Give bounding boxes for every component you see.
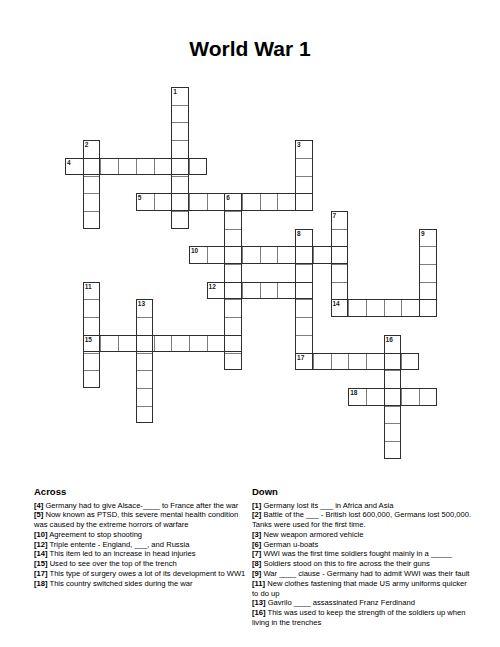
- grid-cell-c11r6[interactable]: [260, 193, 278, 211]
- grid-cell-c17r15[interactable]: [366, 353, 384, 371]
- grid-cell-c19r17[interactable]: [401, 388, 419, 406]
- grid-cell-c2r14[interactable]: [100, 335, 118, 353]
- grid-cell-c18r20[interactable]: [384, 441, 402, 459]
- clue-down-7: [7] WWI was the first time soldiers foug…: [252, 549, 472, 559]
- clue-down-13: [13] Gavrilo ____ assassinated Franz Fer…: [252, 598, 472, 608]
- grid-cell-c15r9[interactable]: [331, 246, 349, 264]
- grid-cell-c16r15[interactable]: [348, 353, 366, 371]
- grid-cell-c16r12[interactable]: [348, 299, 366, 317]
- grid-cell-c7r9[interactable]: [189, 246, 207, 264]
- grid-cell-c20r10[interactable]: [419, 264, 437, 282]
- grid-cell-c13r12[interactable]: [295, 299, 313, 317]
- clue-down-11: [11] New clothes fastening that made US …: [252, 579, 472, 599]
- clue-down-9: [9] War ____ clause - Germany had to adm…: [252, 569, 472, 579]
- grid-cell-c6r7[interactable]: [171, 211, 189, 229]
- grid-cell-c3r4[interactable]: [118, 158, 136, 176]
- grid-cell-c17r17[interactable]: [366, 388, 384, 406]
- down-clue-list: [1] Germany lost its ___ in Africa and A…: [252, 501, 472, 628]
- grid-cell-c9r6[interactable]: [224, 193, 242, 211]
- grid-cell-c4r12[interactable]: [136, 299, 154, 317]
- grid-cell-c4r13[interactable]: [136, 317, 154, 335]
- grid-cell-c13r5[interactable]: [295, 176, 313, 194]
- grid-cell-c18r15[interactable]: [384, 353, 402, 371]
- grid-cell-c20r11[interactable]: [419, 282, 437, 300]
- grid-cell-c4r17[interactable]: [136, 388, 154, 406]
- grid-cell-c18r19[interactable]: [384, 423, 402, 441]
- grid-cell-c18r14[interactable]: [384, 335, 402, 353]
- grid-cell-c8r9[interactable]: [207, 246, 225, 264]
- grid-cell-c6r4[interactable]: [171, 158, 189, 176]
- grid-cell-c1r7[interactable]: [83, 211, 101, 229]
- grid-cell-c13r3[interactable]: [295, 140, 313, 158]
- clue-down-16: [16] This was used to keep the strength …: [252, 608, 472, 628]
- grid-cell-c4r4[interactable]: [136, 158, 154, 176]
- across-clue-list: [4] Germany had to give Alsace-____ to F…: [34, 501, 248, 589]
- grid-cell-c6r2[interactable]: [171, 122, 189, 140]
- grid-cell-c20r17[interactable]: [419, 388, 437, 406]
- grid-cell-c9r13[interactable]: [224, 317, 242, 335]
- grid-cell-c11r11[interactable]: [260, 282, 278, 300]
- grid-cell-c1r13[interactable]: [83, 317, 101, 335]
- grid-cell-c9r14[interactable]: [224, 335, 242, 353]
- grid-cell-c9r7[interactable]: [224, 211, 242, 229]
- down-clues-section: Down [1] Germany lost its ___ in Africa …: [252, 486, 472, 628]
- grid-cell-c9r15[interactable]: [224, 353, 242, 371]
- grid-cell-c12r11[interactable]: [277, 282, 295, 300]
- grid-cell-c10r11[interactable]: [242, 282, 260, 300]
- grid-cell-c3r14[interactable]: [118, 335, 136, 353]
- grid-cell-c13r15[interactable]: [295, 353, 313, 371]
- grid-cell-c13r8[interactable]: [295, 229, 313, 247]
- grid-cell-c6r14[interactable]: [171, 335, 189, 353]
- grid-cell-c1r4[interactable]: [83, 158, 101, 176]
- grid-cell-c4r18[interactable]: [136, 406, 154, 424]
- grid-cell-c8r11[interactable]: [207, 282, 225, 300]
- grid-cell-c15r10[interactable]: [331, 264, 349, 282]
- clue-down-2: [2] Battle of the ___ - British lost 600…: [252, 510, 472, 530]
- grid-cell-c1r16[interactable]: [83, 370, 101, 388]
- grid-cell-c12r6[interactable]: [277, 193, 295, 211]
- grid-cell-c20r8[interactable]: [419, 229, 437, 247]
- grid-cell-c10r6[interactable]: [242, 193, 260, 211]
- grid-cell-c20r12[interactable]: [419, 299, 437, 317]
- grid-cell-c8r6[interactable]: [207, 193, 225, 211]
- grid-cell-c6r1[interactable]: [171, 105, 189, 123]
- grid-cell-c13r10[interactable]: [295, 264, 313, 282]
- puzzle-title: World War 1: [0, 37, 500, 61]
- grid-cell-c19r12[interactable]: [401, 299, 419, 317]
- grid-cell-c5r6[interactable]: [154, 193, 172, 211]
- grid-cell-c7r14[interactable]: [189, 335, 207, 353]
- grid-cell-c4r14[interactable]: [136, 335, 154, 353]
- clue-down-8: [8] Soldiers stood on this to fire acros…: [252, 559, 472, 569]
- grid-cell-c9r12[interactable]: [224, 299, 242, 317]
- clue-down-6: [6] German u-boats: [252, 540, 472, 550]
- grid-cell-c16r17[interactable]: [348, 388, 366, 406]
- grid-cell-c5r4[interactable]: [154, 158, 172, 176]
- grid-cell-c4r6[interactable]: [136, 193, 154, 211]
- grid-cell-c13r13[interactable]: [295, 317, 313, 335]
- grid-cell-c1r6[interactable]: [83, 193, 101, 211]
- grid-cell-c9r10[interactable]: [224, 264, 242, 282]
- grid-cell-c1r5[interactable]: [83, 176, 101, 194]
- grid-cell-c18r18[interactable]: [384, 406, 402, 424]
- grid-cell-c5r14[interactable]: [154, 335, 172, 353]
- clue-across-12: [12] Triple entente - England, ___, and …: [34, 540, 248, 550]
- grid-cell-c19r15[interactable]: [401, 353, 419, 371]
- grid-cell-c4r15[interactable]: [136, 353, 154, 371]
- grid-cell-c18r16[interactable]: [384, 370, 402, 388]
- grid-cell-c8r14[interactable]: [207, 335, 225, 353]
- clue-across-15: [15] Used to see over the top of the tre…: [34, 559, 248, 569]
- grid-cell-c11r9[interactable]: [260, 246, 278, 264]
- grid-cell-c1r3[interactable]: [83, 140, 101, 158]
- grid-cell-c15r11[interactable]: [331, 282, 349, 300]
- grid-cell-c6r5[interactable]: [171, 176, 189, 194]
- grid-cell-c7r4[interactable]: [189, 158, 207, 176]
- grid-cell-c9r8[interactable]: [224, 229, 242, 247]
- clue-across-17: [17] This type of surgery owes a lot of …: [34, 569, 248, 579]
- grid-cell-c7r6[interactable]: [189, 193, 207, 211]
- across-header: Across: [34, 486, 248, 497]
- grid-cell-c9r11[interactable]: [224, 282, 242, 300]
- grid-cell-c0r4[interactable]: [65, 158, 83, 176]
- clue-down-1: [1] Germany lost its ___ in Africa and A…: [252, 501, 472, 511]
- grid-cell-c14r15[interactable]: [313, 353, 331, 371]
- grid-cell-c6r3[interactable]: [171, 140, 189, 158]
- grid-cell-c1r15[interactable]: [83, 353, 101, 371]
- grid-cell-c13r9[interactable]: [295, 246, 313, 264]
- grid-cell-c6r0[interactable]: [171, 87, 189, 105]
- clue-down-3: [3] New weapon armored vehicle: [252, 530, 472, 540]
- across-clues-section: Across [4] Germany had to give Alsace-__…: [34, 486, 248, 589]
- grid-cell-c18r17[interactable]: [384, 388, 402, 406]
- grid-cell-c1r12[interactable]: [83, 299, 101, 317]
- grid-cell-c17r12[interactable]: [366, 299, 384, 317]
- clue-across-4: [4] Germany had to give Alsace-____ to F…: [34, 501, 248, 511]
- grid-cell-c15r7[interactable]: [331, 211, 349, 229]
- grid-cell-c4r16[interactable]: [136, 370, 154, 388]
- crossword-board: 123456789101112131415161718: [65, 87, 437, 459]
- clue-across-5: [5] Now known as PTSD, this severe menta…: [34, 510, 248, 530]
- clue-across-10: [10] Agreement to stop shooting: [34, 530, 248, 540]
- grid-cell-c13r11[interactable]: [295, 282, 313, 300]
- grid-cell-c2r4[interactable]: [100, 158, 118, 176]
- grid-cell-c15r8[interactable]: [331, 229, 349, 247]
- grid-cell-c6r6[interactable]: [171, 193, 189, 211]
- grid-cell-c1r14[interactable]: [83, 335, 101, 353]
- clue-across-14: [14] This item led to an increase in hea…: [34, 549, 248, 559]
- grid-cell-c13r4[interactable]: [295, 158, 313, 176]
- grid-cell-c10r9[interactable]: [242, 246, 260, 264]
- grid-cell-c1r11[interactable]: [83, 282, 101, 300]
- grid-cell-c13r6[interactable]: [295, 193, 313, 211]
- grid-cell-c9r9[interactable]: [224, 246, 242, 264]
- grid-cell-c20r9[interactable]: [419, 246, 437, 264]
- down-header: Down: [252, 486, 472, 497]
- grid-cell-c15r15[interactable]: [331, 353, 349, 371]
- grid-cell-c14r9[interactable]: [313, 246, 331, 264]
- grid-cell-c18r12[interactable]: [384, 299, 402, 317]
- grid-cell-c15r12[interactable]: [331, 299, 349, 317]
- grid-cell-c12r9[interactable]: [277, 246, 295, 264]
- clue-across-18: [18] This country switched sides during …: [34, 579, 248, 589]
- grid-cell-c13r14[interactable]: [295, 335, 313, 353]
